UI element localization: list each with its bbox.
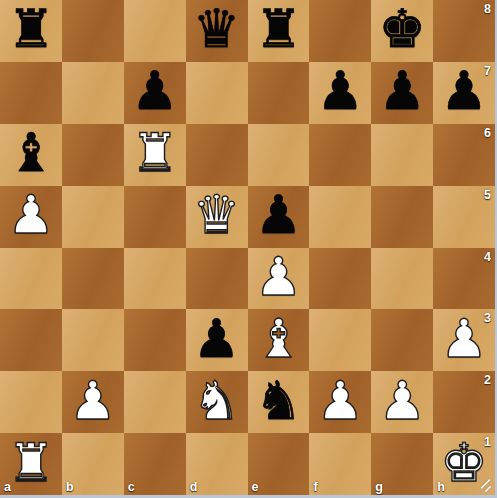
piece-black-knight-e2[interactable]: ♞ xyxy=(255,374,303,427)
file-label-a: a xyxy=(4,481,11,494)
square-c6[interactable]: ♜ xyxy=(124,124,186,186)
square-f3[interactable] xyxy=(309,309,371,371)
square-a7[interactable] xyxy=(0,62,62,124)
square-f7[interactable]: ♟ xyxy=(309,62,371,124)
square-g3[interactable] xyxy=(371,309,433,371)
rank-label-5: 5 xyxy=(484,189,491,202)
rank-label-8: 8 xyxy=(484,3,491,16)
square-c2[interactable] xyxy=(124,371,186,433)
piece-black-pawn-f7[interactable]: ♟ xyxy=(317,64,365,117)
square-b6[interactable] xyxy=(62,124,124,186)
square-h6[interactable]: 6 xyxy=(433,124,495,186)
piece-white-bishop-e3[interactable]: ♝ xyxy=(255,312,303,365)
square-g1[interactable]: g xyxy=(371,433,433,495)
square-a5[interactable]: ♟ xyxy=(0,186,62,248)
square-h4[interactable]: 4 xyxy=(433,248,495,310)
square-g4[interactable] xyxy=(371,248,433,310)
piece-white-knight-d2[interactable]: ♞ xyxy=(193,374,241,427)
rank-label-2: 2 xyxy=(484,374,491,387)
board-resize-handle[interactable] xyxy=(476,476,492,492)
piece-white-pawn-f2[interactable]: ♟ xyxy=(317,374,365,427)
square-c4[interactable] xyxy=(124,248,186,310)
square-e7[interactable] xyxy=(248,62,310,124)
piece-black-pawn-h7[interactable]: ♟ xyxy=(440,64,488,117)
piece-black-rook-a8[interactable]: ♜ xyxy=(7,2,55,55)
square-h3[interactable]: ♟3 xyxy=(433,309,495,371)
square-b4[interactable] xyxy=(62,248,124,310)
file-label-c: c xyxy=(128,481,135,494)
square-d4[interactable] xyxy=(186,248,248,310)
square-c3[interactable] xyxy=(124,309,186,371)
file-label-h: h xyxy=(437,481,445,494)
square-d8[interactable]: ♛ xyxy=(186,0,248,62)
chess-board: ♜♛♜♚8♟♟♟♟7♝♜6♟♛♟5♟4♟♝♟3♟♞♞♟♟2♜abcdefg♚1h xyxy=(0,0,495,495)
piece-white-rook-a1[interactable]: ♜ xyxy=(7,436,55,489)
square-g8[interactable]: ♚ xyxy=(371,0,433,62)
piece-black-pawn-d3[interactable]: ♟ xyxy=(193,312,241,365)
square-h2[interactable]: 2 xyxy=(433,371,495,433)
rank-label-6: 6 xyxy=(484,127,491,140)
square-e1[interactable]: e xyxy=(248,433,310,495)
square-c5[interactable] xyxy=(124,186,186,248)
square-e6[interactable] xyxy=(248,124,310,186)
square-b3[interactable] xyxy=(62,309,124,371)
square-h7[interactable]: ♟7 xyxy=(433,62,495,124)
square-f2[interactable]: ♟ xyxy=(309,371,371,433)
square-c1[interactable]: c xyxy=(124,433,186,495)
piece-white-rook-c6[interactable]: ♜ xyxy=(131,126,179,179)
square-f4[interactable] xyxy=(309,248,371,310)
square-c8[interactable] xyxy=(124,0,186,62)
rank-label-1: 1 xyxy=(484,436,491,449)
square-b8[interactable] xyxy=(62,0,124,62)
square-d1[interactable]: d xyxy=(186,433,248,495)
square-a2[interactable] xyxy=(0,371,62,433)
square-g2[interactable]: ♟ xyxy=(371,371,433,433)
square-a1[interactable]: ♜a xyxy=(0,433,62,495)
square-a8[interactable]: ♜ xyxy=(0,0,62,62)
square-b5[interactable] xyxy=(62,186,124,248)
square-d7[interactable] xyxy=(186,62,248,124)
square-e5[interactable]: ♟ xyxy=(248,186,310,248)
square-a6[interactable]: ♝ xyxy=(0,124,62,186)
piece-white-pawn-a5[interactable]: ♟ xyxy=(7,188,55,241)
piece-black-king-g8[interactable]: ♚ xyxy=(378,2,426,55)
piece-black-bishop-a6[interactable]: ♝ xyxy=(7,126,55,179)
square-f5[interactable] xyxy=(309,186,371,248)
square-g6[interactable] xyxy=(371,124,433,186)
piece-white-pawn-b2[interactable]: ♟ xyxy=(69,374,117,427)
piece-black-rook-e8[interactable]: ♜ xyxy=(255,2,303,55)
square-d6[interactable] xyxy=(186,124,248,186)
piece-black-pawn-e5[interactable]: ♟ xyxy=(255,188,303,241)
square-e3[interactable]: ♝ xyxy=(248,309,310,371)
piece-white-queen-d5[interactable]: ♛ xyxy=(193,188,241,241)
square-f8[interactable] xyxy=(309,0,371,62)
file-label-g: g xyxy=(375,481,383,494)
square-h1[interactable]: ♚1h xyxy=(433,433,495,495)
rank-label-3: 3 xyxy=(484,312,491,325)
piece-black-pawn-g7[interactable]: ♟ xyxy=(378,64,426,117)
rank-label-7: 7 xyxy=(484,65,491,78)
square-d3[interactable]: ♟ xyxy=(186,309,248,371)
rank-label-4: 4 xyxy=(484,251,491,264)
piece-black-pawn-c7[interactable]: ♟ xyxy=(131,64,179,117)
resize-grip-line xyxy=(484,485,491,492)
file-label-e: e xyxy=(252,481,259,494)
piece-black-queen-d8[interactable]: ♛ xyxy=(193,2,241,55)
file-label-b: b xyxy=(66,481,74,494)
square-h5[interactable]: 5 xyxy=(433,186,495,248)
square-f1[interactable]: f xyxy=(309,433,371,495)
piece-white-pawn-e4[interactable]: ♟ xyxy=(255,250,303,303)
square-b2[interactable]: ♟ xyxy=(62,371,124,433)
file-label-d: d xyxy=(190,481,198,494)
square-g5[interactable] xyxy=(371,186,433,248)
piece-white-pawn-g2[interactable]: ♟ xyxy=(378,374,426,427)
square-d5[interactable]: ♛ xyxy=(186,186,248,248)
square-e2[interactable]: ♞ xyxy=(248,371,310,433)
square-c7[interactable]: ♟ xyxy=(124,62,186,124)
square-f6[interactable] xyxy=(309,124,371,186)
square-b7[interactable] xyxy=(62,62,124,124)
square-d2[interactable]: ♞ xyxy=(186,371,248,433)
square-h8[interactable]: 8 xyxy=(433,0,495,62)
square-e4[interactable]: ♟ xyxy=(248,248,310,310)
square-g7[interactable]: ♟ xyxy=(371,62,433,124)
square-a4[interactable] xyxy=(0,248,62,310)
square-b1[interactable]: b xyxy=(62,433,124,495)
file-label-f: f xyxy=(313,481,317,494)
square-a3[interactable] xyxy=(0,309,62,371)
square-e8[interactable]: ♜ xyxy=(248,0,310,62)
piece-white-pawn-h3[interactable]: ♟ xyxy=(440,312,488,365)
